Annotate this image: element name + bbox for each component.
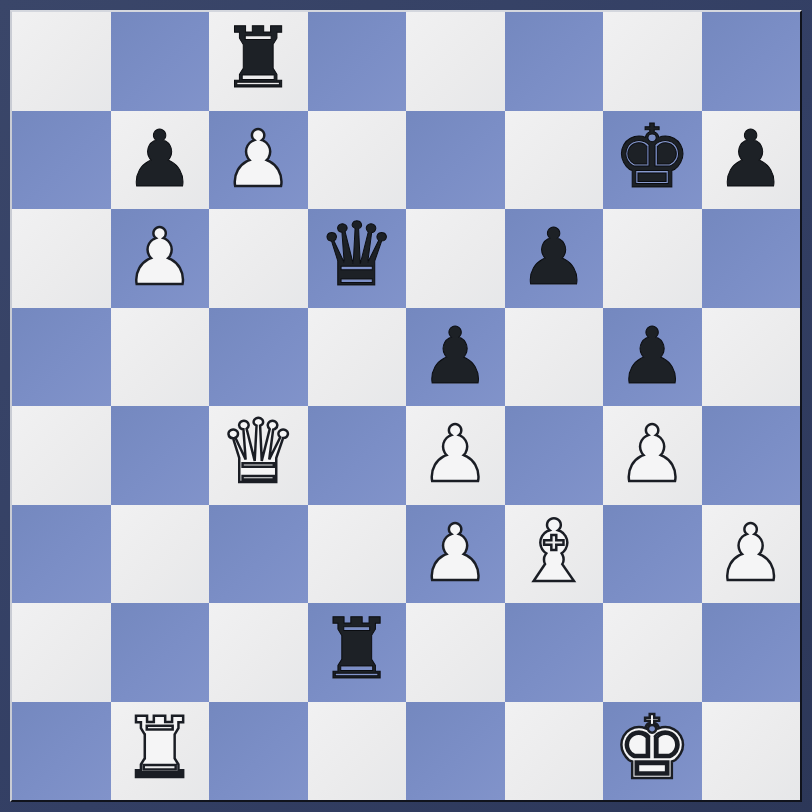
square-e3[interactable]: ♟ bbox=[406, 505, 505, 604]
piece-black-rook[interactable]: ♜ bbox=[221, 16, 296, 100]
square-a5[interactable] bbox=[12, 308, 111, 407]
piece-black-pawn[interactable]: ♟ bbox=[716, 120, 786, 198]
square-d3[interactable] bbox=[308, 505, 407, 604]
square-f3[interactable]: ♝ bbox=[505, 505, 604, 604]
square-c7[interactable]: ♟ bbox=[209, 111, 308, 210]
square-g4[interactable]: ♟ bbox=[603, 406, 702, 505]
piece-white-pawn[interactable]: ♟ bbox=[420, 514, 490, 592]
square-d6[interactable]: ♛ bbox=[308, 209, 407, 308]
square-a3[interactable] bbox=[12, 505, 111, 604]
square-e7[interactable] bbox=[406, 111, 505, 210]
square-g8[interactable] bbox=[603, 12, 702, 111]
square-a4[interactable] bbox=[12, 406, 111, 505]
square-g6[interactable] bbox=[603, 209, 702, 308]
square-e8[interactable] bbox=[406, 12, 505, 111]
square-b2[interactable] bbox=[111, 603, 210, 702]
square-g7[interactable]: ♚ bbox=[603, 111, 702, 210]
piece-white-pawn[interactable]: ♟ bbox=[125, 218, 195, 296]
piece-black-pawn[interactable]: ♟ bbox=[519, 218, 589, 296]
piece-white-rook[interactable]: ♜ bbox=[122, 706, 197, 790]
square-b5[interactable] bbox=[111, 308, 210, 407]
square-h6[interactable] bbox=[702, 209, 801, 308]
square-f4[interactable] bbox=[505, 406, 604, 505]
piece-black-pawn[interactable]: ♟ bbox=[125, 120, 195, 198]
square-b3[interactable] bbox=[111, 505, 210, 604]
piece-white-queen[interactable]: ♛ bbox=[219, 408, 298, 496]
square-c4[interactable]: ♛ bbox=[209, 406, 308, 505]
square-g3[interactable] bbox=[603, 505, 702, 604]
square-c3[interactable] bbox=[209, 505, 308, 604]
chess-board: ♜♟♟♚♟♟♛♟♟♟♛♟♟♟♝♟♜♜♚ bbox=[12, 12, 800, 800]
square-d8[interactable] bbox=[308, 12, 407, 111]
square-d7[interactable] bbox=[308, 111, 407, 210]
piece-black-king[interactable]: ♚ bbox=[613, 113, 692, 201]
square-c6[interactable] bbox=[209, 209, 308, 308]
square-d2[interactable]: ♜ bbox=[308, 603, 407, 702]
square-b1[interactable]: ♜ bbox=[111, 702, 210, 801]
square-h1[interactable] bbox=[702, 702, 801, 801]
square-a2[interactable] bbox=[12, 603, 111, 702]
piece-white-pawn[interactable]: ♟ bbox=[420, 415, 490, 493]
square-f2[interactable] bbox=[505, 603, 604, 702]
square-h4[interactable] bbox=[702, 406, 801, 505]
piece-black-pawn[interactable]: ♟ bbox=[420, 317, 490, 395]
square-a1[interactable] bbox=[12, 702, 111, 801]
square-e4[interactable]: ♟ bbox=[406, 406, 505, 505]
piece-white-bishop[interactable]: ♝ bbox=[515, 508, 592, 594]
square-f6[interactable]: ♟ bbox=[505, 209, 604, 308]
piece-black-pawn[interactable]: ♟ bbox=[617, 317, 687, 395]
square-f7[interactable] bbox=[505, 111, 604, 210]
square-e6[interactable] bbox=[406, 209, 505, 308]
square-e5[interactable]: ♟ bbox=[406, 308, 505, 407]
square-d5[interactable] bbox=[308, 308, 407, 407]
square-h7[interactable]: ♟ bbox=[702, 111, 801, 210]
square-g5[interactable]: ♟ bbox=[603, 308, 702, 407]
square-c5[interactable] bbox=[209, 308, 308, 407]
square-c2[interactable] bbox=[209, 603, 308, 702]
square-f1[interactable] bbox=[505, 702, 604, 801]
square-h5[interactable] bbox=[702, 308, 801, 407]
piece-black-queen[interactable]: ♛ bbox=[317, 211, 396, 299]
square-f8[interactable] bbox=[505, 12, 604, 111]
square-e1[interactable] bbox=[406, 702, 505, 801]
piece-black-rook[interactable]: ♜ bbox=[319, 607, 394, 691]
board-frame: ♜♟♟♚♟♟♛♟♟♟♛♟♟♟♝♟♜♜♚ bbox=[0, 0, 812, 812]
square-d1[interactable] bbox=[308, 702, 407, 801]
square-d4[interactable] bbox=[308, 406, 407, 505]
square-g1[interactable]: ♚ bbox=[603, 702, 702, 801]
piece-white-pawn[interactable]: ♟ bbox=[716, 514, 786, 592]
square-b8[interactable] bbox=[111, 12, 210, 111]
square-b6[interactable]: ♟ bbox=[111, 209, 210, 308]
square-c8[interactable]: ♜ bbox=[209, 12, 308, 111]
board-inner-edge: ♜♟♟♚♟♟♛♟♟♟♛♟♟♟♝♟♜♜♚ bbox=[10, 10, 802, 802]
piece-white-king[interactable]: ♚ bbox=[613, 704, 692, 792]
square-a6[interactable] bbox=[12, 209, 111, 308]
square-h3[interactable]: ♟ bbox=[702, 505, 801, 604]
square-h8[interactable] bbox=[702, 12, 801, 111]
square-b7[interactable]: ♟ bbox=[111, 111, 210, 210]
piece-white-pawn[interactable]: ♟ bbox=[617, 415, 687, 493]
square-a7[interactable] bbox=[12, 111, 111, 210]
square-e2[interactable] bbox=[406, 603, 505, 702]
square-f5[interactable] bbox=[505, 308, 604, 407]
square-a8[interactable] bbox=[12, 12, 111, 111]
square-h2[interactable] bbox=[702, 603, 801, 702]
piece-white-pawn[interactable]: ♟ bbox=[223, 120, 293, 198]
square-b4[interactable] bbox=[111, 406, 210, 505]
square-g2[interactable] bbox=[603, 603, 702, 702]
square-c1[interactable] bbox=[209, 702, 308, 801]
